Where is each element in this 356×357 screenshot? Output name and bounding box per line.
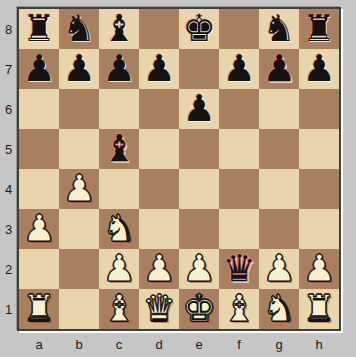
square-c2[interactable]: ♟ [99,249,139,289]
white-pawn[interactable]: ♟ [262,249,295,289]
square-e3[interactable] [179,209,219,249]
square-h8[interactable]: ♜ [299,9,339,49]
white-bishop[interactable]: ♝ [222,289,255,329]
square-g1[interactable]: ♞ [259,289,299,329]
square-d2[interactable]: ♟ [139,249,179,289]
white-king[interactable]: ♚ [182,289,215,329]
rank-label-5: 5 [0,129,17,169]
rank-coordinates: 87654321 [0,9,17,329]
square-f8[interactable] [219,9,259,49]
square-a5[interactable] [19,129,59,169]
square-c3[interactable]: ♞ [99,209,139,249]
square-a7[interactable]: ♟ [19,49,59,89]
white-pawn[interactable]: ♟ [62,169,95,209]
square-g6[interactable] [259,89,299,129]
square-c1[interactable]: ♝ [99,289,139,329]
square-h6[interactable] [299,89,339,129]
black-bishop[interactable]: ♝ [102,9,135,49]
white-pawn[interactable]: ♟ [142,249,175,289]
file-label-a: a [19,333,59,355]
black-pawn[interactable]: ♟ [262,49,295,89]
rank-label-3: 3 [0,209,17,249]
file-label-c: c [99,333,139,355]
black-king[interactable]: ♚ [182,9,215,49]
square-h2[interactable]: ♟ [299,249,339,289]
file-coordinates: abcdefgh [19,333,339,355]
chess-board-panel: 87654321 ♜♞♝♚♞♜♟♟♟♟♟♟♟♟♝♟♟♞♟♟♟♛♟♟♜♝♛♚♝♞♜… [0,0,356,357]
square-a8[interactable]: ♜ [19,9,59,49]
square-b3[interactable] [59,209,99,249]
square-b1[interactable] [59,289,99,329]
square-h5[interactable] [299,129,339,169]
square-h1[interactable]: ♜ [299,289,339,329]
square-c8[interactable]: ♝ [99,9,139,49]
square-d4[interactable] [139,169,179,209]
square-a2[interactable] [19,249,59,289]
square-e1[interactable]: ♚ [179,289,219,329]
square-c7[interactable]: ♟ [99,49,139,89]
white-rook[interactable]: ♜ [302,289,335,329]
square-d3[interactable] [139,209,179,249]
square-d7[interactable]: ♟ [139,49,179,89]
board-frame: ♜♞♝♚♞♜♟♟♟♟♟♟♟♟♝♟♟♞♟♟♟♛♟♟♜♝♛♚♝♞♜ [17,7,341,331]
rank-label-2: 2 [0,249,17,289]
square-h3[interactable] [299,209,339,249]
square-d5[interactable] [139,129,179,169]
square-b7[interactable]: ♟ [59,49,99,89]
black-pawn[interactable]: ♟ [222,49,255,89]
black-pawn[interactable]: ♟ [62,49,95,89]
black-bishop[interactable]: ♝ [102,129,135,169]
square-e2[interactable]: ♟ [179,249,219,289]
file-label-b: b [59,333,99,355]
square-c6[interactable] [99,89,139,129]
square-c5[interactable]: ♝ [99,129,139,169]
square-g5[interactable] [259,129,299,169]
black-pawn[interactable]: ♟ [302,49,335,89]
square-c4[interactable] [99,169,139,209]
black-pawn[interactable]: ♟ [142,49,175,89]
square-d8[interactable] [139,9,179,49]
square-g2[interactable]: ♟ [259,249,299,289]
square-e8[interactable]: ♚ [179,9,219,49]
square-b6[interactable] [59,89,99,129]
black-pawn[interactable]: ♟ [22,49,55,89]
white-rook[interactable]: ♜ [22,289,55,329]
square-a1[interactable]: ♜ [19,289,59,329]
square-f3[interactable] [219,209,259,249]
file-label-g: g [259,333,299,355]
square-h7[interactable]: ♟ [299,49,339,89]
square-f2[interactable]: ♛ [219,249,259,289]
file-label-h: h [299,333,339,355]
square-b8[interactable]: ♞ [59,9,99,49]
square-b2[interactable] [59,249,99,289]
square-b5[interactable] [59,129,99,169]
square-d1[interactable]: ♛ [139,289,179,329]
white-pawn[interactable]: ♟ [302,249,335,289]
rank-label-6: 6 [0,89,17,129]
square-g3[interactable] [259,209,299,249]
white-queen[interactable]: ♛ [142,289,175,329]
black-pawn[interactable]: ♟ [102,49,135,89]
white-pawn[interactable]: ♟ [102,249,135,289]
square-d6[interactable] [139,89,179,129]
square-f5[interactable] [219,129,259,169]
square-a4[interactable] [19,169,59,209]
black-knight[interactable]: ♞ [62,9,95,49]
square-g7[interactable]: ♟ [259,49,299,89]
square-e7[interactable] [179,49,219,89]
square-b4[interactable]: ♟ [59,169,99,209]
square-f7[interactable]: ♟ [219,49,259,89]
file-label-f: f [219,333,259,355]
square-a6[interactable] [19,89,59,129]
white-pawn[interactable]: ♟ [22,209,55,249]
white-pawn[interactable]: ♟ [182,249,215,289]
square-e6[interactable]: ♟ [179,89,219,129]
square-e5[interactable] [179,129,219,169]
white-bishop[interactable]: ♝ [102,289,135,329]
black-queen[interactable]: ♛ [222,249,255,289]
rank-label-8: 8 [0,9,17,49]
black-rook[interactable]: ♜ [22,9,55,49]
square-g4[interactable] [259,169,299,209]
rank-label-1: 1 [0,289,17,329]
chess-board: ♜♞♝♚♞♜♟♟♟♟♟♟♟♟♝♟♟♞♟♟♟♛♟♟♜♝♛♚♝♞♜ [19,9,339,329]
black-knight[interactable]: ♞ [262,9,295,49]
square-f1[interactable]: ♝ [219,289,259,329]
white-knight[interactable]: ♞ [262,289,295,329]
square-a3[interactable]: ♟ [19,209,59,249]
square-e4[interactable] [179,169,219,209]
square-f4[interactable] [219,169,259,209]
black-rook[interactable]: ♜ [302,9,335,49]
square-f6[interactable] [219,89,259,129]
rank-label-4: 4 [0,169,17,209]
file-label-d: d [139,333,179,355]
rank-label-7: 7 [0,49,17,89]
white-knight[interactable]: ♞ [102,209,135,249]
file-label-e: e [179,333,219,355]
black-pawn[interactable]: ♟ [182,89,215,129]
square-g8[interactable]: ♞ [259,9,299,49]
square-h4[interactable] [299,169,339,209]
